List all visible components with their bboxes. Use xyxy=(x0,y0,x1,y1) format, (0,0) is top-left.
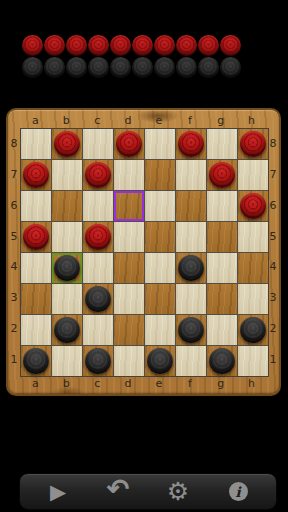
board-grid xyxy=(20,128,269,377)
black-pieces-tray xyxy=(22,57,241,78)
square-h3[interactable] xyxy=(238,284,268,314)
red-tray-piece xyxy=(110,35,131,56)
square-e8[interactable] xyxy=(145,129,175,159)
square-e6[interactable] xyxy=(145,191,175,221)
black-piece-c1[interactable] xyxy=(85,348,111,374)
red-tray-piece xyxy=(44,35,65,56)
square-d5[interactable] xyxy=(114,222,144,252)
square-c3[interactable] xyxy=(83,284,113,314)
square-a2[interactable] xyxy=(21,315,51,345)
square-f3[interactable] xyxy=(176,284,206,314)
red-pieces-tray xyxy=(22,35,241,56)
black-piece-b2[interactable] xyxy=(54,317,80,343)
square-b7[interactable] xyxy=(52,160,82,190)
square-a8[interactable] xyxy=(21,129,51,159)
red-tray-piece xyxy=(88,35,109,56)
black-tray-piece xyxy=(66,57,87,78)
black-tray-piece xyxy=(154,57,175,78)
red-piece-a7[interactable] xyxy=(23,162,49,188)
square-d8[interactable] xyxy=(114,129,144,159)
square-c7[interactable] xyxy=(83,160,113,190)
coordinate-label: 6 xyxy=(8,190,20,221)
red-piece-g7[interactable] xyxy=(209,162,235,188)
square-e5[interactable] xyxy=(145,222,175,252)
square-f8[interactable] xyxy=(176,129,206,159)
square-e4[interactable] xyxy=(145,253,175,283)
black-piece-a1[interactable] xyxy=(23,348,49,374)
black-piece-f2[interactable] xyxy=(178,317,204,343)
square-h2[interactable] xyxy=(238,315,268,345)
square-b6[interactable] xyxy=(52,191,82,221)
square-f7[interactable] xyxy=(176,160,206,190)
square-f5[interactable] xyxy=(176,222,206,252)
coordinate-label: b xyxy=(51,111,82,129)
coordinate-label: 3 xyxy=(8,282,20,313)
gear-icon: ⚙ xyxy=(167,479,189,504)
black-piece-c3[interactable] xyxy=(85,286,111,312)
black-tray-piece xyxy=(198,57,219,78)
square-f6[interactable] xyxy=(176,191,206,221)
square-f1[interactable] xyxy=(176,346,206,376)
black-tray-piece xyxy=(88,57,109,78)
red-piece-f8[interactable] xyxy=(178,131,204,157)
square-d4[interactable] xyxy=(114,253,144,283)
coordinate-label: e xyxy=(144,111,175,129)
square-d7[interactable] xyxy=(114,160,144,190)
square-g3[interactable] xyxy=(207,284,237,314)
settings-button[interactable]: ⚙ xyxy=(156,475,200,508)
square-g6[interactable] xyxy=(207,191,237,221)
red-tray-piece xyxy=(220,35,241,56)
square-d2[interactable] xyxy=(114,315,144,345)
square-h1[interactable] xyxy=(238,346,268,376)
square-c5[interactable] xyxy=(83,222,113,252)
coordinate-label: 4 xyxy=(8,252,20,283)
toolbar: ▶ ↶ ⚙ i xyxy=(19,473,277,510)
black-piece-g1[interactable] xyxy=(209,348,235,374)
square-g5[interactable] xyxy=(207,222,237,252)
undo-icon: ↶ xyxy=(107,476,130,503)
info-icon: i xyxy=(229,482,248,501)
square-f2[interactable] xyxy=(176,315,206,345)
file-labels-top: abcdefgh xyxy=(20,111,267,129)
coordinate-label: 5 xyxy=(8,221,20,252)
red-piece-h6[interactable] xyxy=(240,193,266,219)
square-b4[interactable] xyxy=(52,253,82,283)
red-piece-c5[interactable] xyxy=(85,224,111,250)
board-frame: abcdefgh abcdefgh 87654321 87654321 xyxy=(6,108,281,396)
coordinate-label: a xyxy=(20,111,51,129)
square-e7[interactable] xyxy=(145,160,175,190)
square-b5[interactable] xyxy=(52,222,82,252)
square-e1[interactable] xyxy=(145,346,175,376)
black-tray-piece xyxy=(176,57,197,78)
square-a5[interactable] xyxy=(21,222,51,252)
red-tray-piece xyxy=(198,35,219,56)
square-a3[interactable] xyxy=(21,284,51,314)
square-d1[interactable] xyxy=(114,346,144,376)
coordinate-label: f xyxy=(174,111,205,129)
square-c2[interactable] xyxy=(83,315,113,345)
square-a4[interactable] xyxy=(21,253,51,283)
square-c4[interactable] xyxy=(83,253,113,283)
black-tray-piece xyxy=(44,57,65,78)
square-b1[interactable] xyxy=(52,346,82,376)
rank-labels-left: 87654321 xyxy=(8,128,20,375)
square-h7[interactable] xyxy=(238,160,268,190)
coordinate-label: d xyxy=(113,111,144,129)
red-tray-piece xyxy=(154,35,175,56)
red-tray-piece xyxy=(176,35,197,56)
red-tray-piece xyxy=(22,35,43,56)
coordinate-label: 1 xyxy=(8,344,20,375)
square-d6[interactable] xyxy=(114,191,144,221)
red-piece-b8[interactable] xyxy=(54,131,80,157)
square-f4[interactable] xyxy=(176,253,206,283)
play-icon: ▶ xyxy=(50,481,66,502)
black-tray-piece xyxy=(220,57,241,78)
checkers-app-screen: abcdefgh abcdefgh 87654321 87654321 ▶ ↶ … xyxy=(0,0,288,512)
square-g1[interactable] xyxy=(207,346,237,376)
square-g2[interactable] xyxy=(207,315,237,345)
black-piece-h2[interactable] xyxy=(240,317,266,343)
coordinate-label: 7 xyxy=(8,159,20,190)
black-tray-piece xyxy=(132,57,153,78)
black-piece-f4[interactable] xyxy=(178,255,204,281)
red-tray-piece xyxy=(132,35,153,56)
square-g7[interactable] xyxy=(207,160,237,190)
square-h5[interactable] xyxy=(238,222,268,252)
square-h6[interactable] xyxy=(238,191,268,221)
coordinate-label: g xyxy=(205,111,236,129)
square-e2[interactable] xyxy=(145,315,175,345)
black-tray-piece xyxy=(22,57,43,78)
square-h8[interactable] xyxy=(238,129,268,159)
red-piece-c7[interactable] xyxy=(85,162,111,188)
square-c6[interactable] xyxy=(83,191,113,221)
coordinate-label: c xyxy=(82,111,113,129)
coordinate-label: 2 xyxy=(8,313,20,344)
black-piece-b4[interactable] xyxy=(54,255,80,281)
red-piece-a5[interactable] xyxy=(23,224,49,250)
red-tray-piece xyxy=(66,35,87,56)
red-piece-d8[interactable] xyxy=(116,131,142,157)
square-e3[interactable] xyxy=(145,284,175,314)
square-g8[interactable] xyxy=(207,129,237,159)
black-tray-piece xyxy=(110,57,131,78)
info-button[interactable]: i xyxy=(216,475,260,508)
square-c1[interactable] xyxy=(83,346,113,376)
square-h4[interactable] xyxy=(238,253,268,283)
square-g4[interactable] xyxy=(207,253,237,283)
square-b8[interactable] xyxy=(52,129,82,159)
square-a1[interactable] xyxy=(21,346,51,376)
coordinate-label: h xyxy=(236,111,267,129)
coordinate-label: 8 xyxy=(8,128,20,159)
square-c8[interactable] xyxy=(83,129,113,159)
square-d3[interactable] xyxy=(114,284,144,314)
square-b2[interactable] xyxy=(52,315,82,345)
undo-button[interactable]: ↶ xyxy=(96,475,140,508)
square-a6[interactable] xyxy=(21,191,51,221)
red-piece-h8[interactable] xyxy=(240,131,266,157)
play-button[interactable]: ▶ xyxy=(36,475,80,508)
square-b3[interactable] xyxy=(52,284,82,314)
black-piece-e1[interactable] xyxy=(147,348,173,374)
square-a7[interactable] xyxy=(21,160,51,190)
